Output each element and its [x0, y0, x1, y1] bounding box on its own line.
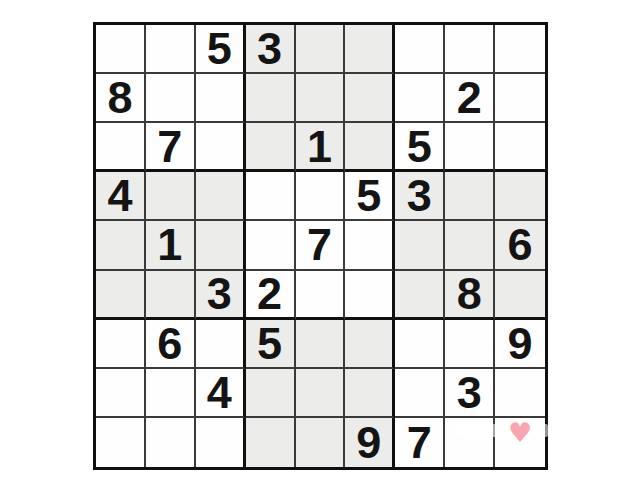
cell-r3c9[interactable]	[495, 123, 545, 172]
cell-r4c4[interactable]	[246, 172, 296, 221]
cell-r1c6[interactable]	[345, 25, 395, 74]
cell-r1c9[interactable]	[495, 25, 545, 74]
cell-r9c9[interactable]	[495, 418, 545, 467]
cell-r7c9[interactable]: 9	[495, 320, 545, 369]
cell-r3c8[interactable]	[445, 123, 495, 172]
cell-r5c7[interactable]	[395, 221, 445, 270]
cell-r2c8[interactable]: 2	[445, 74, 495, 123]
cell-r2c4[interactable]	[246, 74, 296, 123]
cell-r7c6[interactable]	[345, 320, 395, 369]
sudoku-board: 53827154531763286594397	[93, 22, 548, 470]
cell-r2c6[interactable]	[345, 74, 395, 123]
cell-r2c7[interactable]	[395, 74, 445, 123]
cell-r7c3[interactable]	[196, 320, 246, 369]
cell-r1c2[interactable]	[146, 25, 196, 74]
cell-r1c7[interactable]	[395, 25, 445, 74]
cell-r8c7[interactable]	[395, 369, 445, 418]
cell-r5c1[interactable]	[96, 221, 146, 270]
cell-r4c8[interactable]	[445, 172, 495, 221]
cell-r8c4[interactable]	[246, 369, 296, 418]
cell-r8c9[interactable]	[495, 369, 545, 418]
cell-r4c7[interactable]: 3	[395, 172, 445, 221]
cell-r2c9[interactable]	[495, 74, 545, 123]
cell-r1c5[interactable]	[296, 25, 346, 74]
cell-r9c6[interactable]: 9	[345, 418, 395, 467]
cell-r4c3[interactable]	[196, 172, 246, 221]
cell-r7c7[interactable]	[395, 320, 445, 369]
cell-r5c8[interactable]	[445, 221, 495, 270]
cell-r6c7[interactable]	[395, 271, 445, 320]
cell-r6c3[interactable]: 3	[196, 271, 246, 320]
page: 53827154531763286594397 ♥	[0, 0, 640, 480]
cell-r3c4[interactable]	[246, 123, 296, 172]
cell-r5c5[interactable]: 7	[296, 221, 346, 270]
cell-r8c1[interactable]	[96, 369, 146, 418]
cell-r4c6[interactable]: 5	[345, 172, 395, 221]
cell-r6c1[interactable]	[96, 271, 146, 320]
cell-r4c5[interactable]	[296, 172, 346, 221]
cell-r1c3[interactable]: 5	[196, 25, 246, 74]
cell-r1c4[interactable]: 3	[246, 25, 296, 74]
cell-r6c2[interactable]	[146, 271, 196, 320]
cell-r9c2[interactable]	[146, 418, 196, 467]
cell-r9c7[interactable]: 7	[395, 418, 445, 467]
cell-r9c5[interactable]	[296, 418, 346, 467]
cell-r4c9[interactable]	[495, 172, 545, 221]
cell-r2c3[interactable]	[196, 74, 246, 123]
cell-r5c3[interactable]	[196, 221, 246, 270]
cell-r3c6[interactable]	[345, 123, 395, 172]
cell-r5c6[interactable]	[345, 221, 395, 270]
cell-r8c3[interactable]: 4	[196, 369, 246, 418]
cell-r2c2[interactable]	[146, 74, 196, 123]
cell-r2c5[interactable]	[296, 74, 346, 123]
cell-r5c4[interactable]	[246, 221, 296, 270]
cell-r8c6[interactable]	[345, 369, 395, 418]
cell-r7c4[interactable]: 5	[246, 320, 296, 369]
cell-r7c2[interactable]: 6	[146, 320, 196, 369]
cell-r4c2[interactable]	[146, 172, 196, 221]
cell-r3c5[interactable]: 1	[296, 123, 346, 172]
cell-r6c6[interactable]	[345, 271, 395, 320]
cell-r4c1[interactable]: 4	[96, 172, 146, 221]
cell-r9c8[interactable]	[445, 418, 495, 467]
cell-r9c3[interactable]	[196, 418, 246, 467]
cell-r6c5[interactable]	[296, 271, 346, 320]
cell-r9c1[interactable]	[96, 418, 146, 467]
cell-r7c8[interactable]	[445, 320, 495, 369]
cell-r3c1[interactable]	[96, 123, 146, 172]
cell-r6c4[interactable]: 2	[246, 271, 296, 320]
cell-r8c5[interactable]	[296, 369, 346, 418]
cell-r5c2[interactable]: 1	[146, 221, 196, 270]
cell-r6c8[interactable]: 8	[445, 271, 495, 320]
cell-r1c1[interactable]	[96, 25, 146, 74]
cell-r1c8[interactable]	[445, 25, 495, 74]
cell-r2c1[interactable]: 8	[96, 74, 146, 123]
cell-r3c7[interactable]: 5	[395, 123, 445, 172]
cell-r5c9[interactable]: 6	[495, 221, 545, 270]
cell-r7c5[interactable]	[296, 320, 346, 369]
cell-r7c1[interactable]	[96, 320, 146, 369]
cell-r3c3[interactable]	[196, 123, 246, 172]
cell-r3c2[interactable]: 7	[146, 123, 196, 172]
cell-r6c9[interactable]	[495, 271, 545, 320]
cell-r8c2[interactable]	[146, 369, 196, 418]
cell-r8c8[interactable]: 3	[445, 369, 495, 418]
cell-r9c4[interactable]	[246, 418, 296, 467]
